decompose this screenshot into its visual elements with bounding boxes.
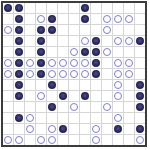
cell-r11c12[interactable] <box>135 124 145 134</box>
white-circle <box>103 103 112 112</box>
cell-r1c8[interactable] <box>91 14 101 24</box>
cell-r9c6[interactable] <box>69 102 79 112</box>
cell-r6c4[interactable] <box>47 69 57 79</box>
cell-r9c2[interactable] <box>25 102 35 112</box>
cell-r3c1[interactable] <box>14 36 24 46</box>
white-circle <box>26 125 35 134</box>
cell-r5c8[interactable] <box>91 58 101 68</box>
cell-r12c4[interactable] <box>47 135 57 145</box>
cell-r7c7[interactable] <box>80 80 90 90</box>
cell-r8c12[interactable] <box>135 91 145 101</box>
cell-r7c3[interactable] <box>36 80 46 90</box>
cell-r4c0[interactable] <box>3 47 13 57</box>
cell-r12c9[interactable] <box>102 135 112 145</box>
cell-r4c4[interactable] <box>47 47 57 57</box>
black-circle <box>48 26 57 35</box>
black-circle <box>92 70 101 79</box>
cell-r12c2[interactable] <box>25 135 35 145</box>
cell-r2c2[interactable] <box>25 25 35 35</box>
cell-r5c7[interactable] <box>80 58 90 68</box>
cell-r0c0[interactable] <box>3 3 13 13</box>
cell-r0c9[interactable] <box>102 3 112 13</box>
white-circle <box>48 59 57 68</box>
black-circle <box>92 59 101 68</box>
cell-r10c2[interactable] <box>25 113 35 123</box>
cell-r10c9[interactable] <box>102 113 112 123</box>
cell-r2c12[interactable] <box>135 25 145 35</box>
cell-r10c0[interactable] <box>3 113 13 123</box>
cell-r1c10[interactable] <box>113 14 123 24</box>
cell-r2c5[interactable] <box>58 25 68 35</box>
cell-r12c5[interactable] <box>58 135 68 145</box>
white-circle <box>136 136 145 145</box>
cell-r1c9[interactable] <box>102 14 112 24</box>
cell-r2c6[interactable] <box>69 25 79 35</box>
cell-r6c12[interactable] <box>135 69 145 79</box>
cell-r0c7[interactable] <box>80 3 90 13</box>
white-circle <box>81 59 90 68</box>
white-circle <box>4 70 13 79</box>
cell-r8c6[interactable] <box>69 91 79 101</box>
white-circle <box>48 125 57 134</box>
white-circle <box>15 136 24 145</box>
cell-r6c11[interactable] <box>124 69 134 79</box>
cell-r11c8[interactable] <box>91 124 101 134</box>
cell-r6c1[interactable] <box>14 69 24 79</box>
black-circle <box>114 125 123 134</box>
white-circle <box>81 70 90 79</box>
cell-r8c8[interactable] <box>91 91 101 101</box>
black-circle <box>37 26 46 35</box>
cell-r8c11[interactable] <box>124 91 134 101</box>
cell-r0c2[interactable] <box>25 3 35 13</box>
black-circle <box>92 48 101 57</box>
cell-r2c4[interactable] <box>47 25 57 35</box>
cell-r0c3[interactable] <box>36 3 46 13</box>
cell-r1c0[interactable] <box>3 14 13 24</box>
cell-r8c4[interactable] <box>47 91 57 101</box>
white-circle <box>114 92 123 101</box>
cell-r7c9[interactable] <box>102 80 112 90</box>
cell-r0c5[interactable] <box>58 3 68 13</box>
cell-r9c10[interactable] <box>113 102 123 112</box>
cell-r10c3[interactable] <box>36 113 46 123</box>
black-circle <box>81 48 90 57</box>
black-circle <box>59 92 68 101</box>
cell-r12c1[interactable] <box>14 135 24 145</box>
cell-r12c12[interactable] <box>135 135 145 145</box>
black-circle <box>81 92 90 101</box>
cell-r10c4[interactable] <box>47 113 57 123</box>
cell-r11c5[interactable] <box>58 124 68 134</box>
black-circle <box>59 125 68 134</box>
cell-r3c12[interactable] <box>135 36 145 46</box>
cell-r6c2[interactable] <box>25 69 35 79</box>
cell-r6c7[interactable] <box>80 69 90 79</box>
cell-r6c5[interactable] <box>58 69 68 79</box>
cell-r11c6[interactable] <box>69 124 79 134</box>
cell-r8c1[interactable] <box>14 91 24 101</box>
black-circle <box>37 37 46 46</box>
white-circle <box>103 26 112 35</box>
cell-r5c1[interactable] <box>14 58 24 68</box>
cell-r2c8[interactable] <box>91 25 101 35</box>
cell-r8c0[interactable] <box>3 91 13 101</box>
cell-r6c9[interactable] <box>102 69 112 79</box>
cell-r8c3[interactable] <box>36 91 46 101</box>
cell-r2c0[interactable] <box>3 25 13 35</box>
cell-r3c4[interactable] <box>47 36 57 46</box>
cell-r3c6[interactable] <box>69 36 79 46</box>
cell-r5c9[interactable] <box>102 58 112 68</box>
cell-r11c7[interactable] <box>80 124 90 134</box>
cell-r8c10[interactable] <box>113 91 123 101</box>
white-circle <box>26 70 35 79</box>
cell-r8c9[interactable] <box>102 91 112 101</box>
white-circle <box>81 37 90 46</box>
black-circle <box>92 37 101 46</box>
cell-r1c7[interactable] <box>80 14 90 24</box>
cell-r1c5[interactable] <box>58 14 68 24</box>
black-circle <box>15 37 24 46</box>
white-circle <box>37 15 46 24</box>
cell-r10c12[interactable] <box>135 113 145 123</box>
cell-r7c8[interactable] <box>91 80 101 90</box>
cell-r4c7[interactable] <box>80 47 90 57</box>
cell-r10c10[interactable] <box>113 113 123 123</box>
white-circle <box>26 114 35 123</box>
white-circle <box>4 136 13 145</box>
black-circle <box>37 70 46 79</box>
cell-r3c10[interactable] <box>113 36 123 46</box>
black-circle <box>15 4 24 13</box>
black-circle <box>136 81 145 90</box>
cell-r1c2[interactable] <box>25 14 35 24</box>
cell-r8c2[interactable] <box>25 91 35 101</box>
cell-r7c2[interactable] <box>25 80 35 90</box>
cell-r4c3[interactable] <box>36 47 46 57</box>
cell-r3c8[interactable] <box>91 36 101 46</box>
white-circle <box>37 136 46 145</box>
white-circle <box>59 59 68 68</box>
white-circle <box>4 59 13 68</box>
black-circle <box>15 26 24 35</box>
cell-r5c12[interactable] <box>135 58 145 68</box>
black-circle <box>136 125 145 134</box>
white-circle <box>70 70 79 79</box>
black-circle <box>15 48 24 57</box>
black-circle <box>136 37 145 46</box>
white-circle <box>92 125 101 134</box>
cell-r8c7[interactable] <box>80 91 90 101</box>
white-circle <box>114 59 123 68</box>
black-circle <box>81 4 90 13</box>
cell-r11c4[interactable] <box>47 124 57 134</box>
cell-r3c11[interactable] <box>124 36 134 46</box>
cell-r1c6[interactable] <box>69 14 79 24</box>
cell-r4c5[interactable] <box>58 47 68 57</box>
cell-r7c5[interactable] <box>58 80 68 90</box>
cell-r0c6[interactable] <box>69 3 79 13</box>
cell-r8c5[interactable] <box>58 91 68 101</box>
cell-r9c11[interactable] <box>124 102 134 112</box>
cell-r4c6[interactable] <box>69 47 79 57</box>
cell-r5c2[interactable] <box>25 58 35 68</box>
cell-r7c0[interactable] <box>3 80 13 90</box>
black-circle <box>15 59 24 68</box>
cell-r9c4[interactable] <box>47 102 57 112</box>
cell-r3c5[interactable] <box>58 36 68 46</box>
cell-r3c9[interactable] <box>102 36 112 46</box>
cell-r5c11[interactable] <box>124 58 134 68</box>
white-circle <box>48 136 57 145</box>
white-circle <box>125 70 134 79</box>
cell-r10c11[interactable] <box>124 113 134 123</box>
cell-r5c0[interactable] <box>3 58 13 68</box>
cell-r11c2[interactable] <box>25 124 35 134</box>
cell-r11c11[interactable] <box>124 124 134 134</box>
cell-r9c0[interactable] <box>3 102 13 112</box>
cell-r6c8[interactable] <box>91 69 101 79</box>
white-circle <box>37 92 46 101</box>
black-circle <box>48 15 57 24</box>
cell-r4c12[interactable] <box>135 47 145 57</box>
white-circle <box>70 59 79 68</box>
white-circle <box>114 70 123 79</box>
cell-r3c0[interactable] <box>3 36 13 46</box>
black-circle <box>136 103 145 112</box>
cell-r4c9[interactable] <box>102 47 112 57</box>
cell-r0c1[interactable] <box>14 3 24 13</box>
cell-r2c11[interactable] <box>124 25 134 35</box>
cell-r4c11[interactable] <box>124 47 134 57</box>
white-circle <box>125 59 134 68</box>
cell-r7c4[interactable] <box>47 80 57 90</box>
cell-r12c6[interactable] <box>69 135 79 145</box>
cell-r7c1[interactable] <box>14 80 24 90</box>
puzzle-board <box>1 1 147 147</box>
white-circle <box>125 15 134 24</box>
cell-r0c4[interactable] <box>47 3 57 13</box>
cell-r10c6[interactable] <box>69 113 79 123</box>
black-circle <box>37 59 46 68</box>
white-circle <box>114 81 123 90</box>
cell-r3c7[interactable] <box>80 36 90 46</box>
white-circle <box>103 15 112 24</box>
cell-r0c10[interactable] <box>113 3 123 13</box>
cell-r6c6[interactable] <box>69 69 79 79</box>
cell-r10c8[interactable] <box>91 113 101 123</box>
cell-r12c7[interactable] <box>80 135 90 145</box>
white-circle <box>114 114 123 123</box>
cell-r11c3[interactable] <box>36 124 46 134</box>
cell-r3c3[interactable] <box>36 36 46 46</box>
cell-r2c1[interactable] <box>14 25 24 35</box>
white-circle <box>70 103 79 112</box>
cell-r9c9[interactable] <box>102 102 112 112</box>
black-circle <box>48 103 57 112</box>
white-circle <box>92 136 101 145</box>
cell-r12c0[interactable] <box>3 135 13 145</box>
black-circle <box>15 15 24 24</box>
cell-r1c12[interactable] <box>135 14 145 24</box>
cell-r2c7[interactable] <box>80 25 90 35</box>
cell-r7c6[interactable] <box>69 80 79 90</box>
cell-r4c1[interactable] <box>14 47 24 57</box>
cell-r11c10[interactable] <box>113 124 123 134</box>
cell-r1c3[interactable] <box>36 14 46 24</box>
cell-r5c4[interactable] <box>47 58 57 68</box>
cell-r11c9[interactable] <box>102 124 112 134</box>
cell-r2c10[interactable] <box>113 25 123 35</box>
cell-r5c10[interactable] <box>113 58 123 68</box>
cell-r1c4[interactable] <box>47 14 57 24</box>
cell-r2c3[interactable] <box>36 25 46 35</box>
cell-r12c11[interactable] <box>124 135 134 145</box>
white-circle <box>59 70 68 79</box>
black-circle <box>15 92 24 101</box>
cell-r4c10[interactable] <box>113 47 123 57</box>
cell-r9c12[interactable] <box>135 102 145 112</box>
cell-r0c11[interactable] <box>124 3 134 13</box>
cell-r12c3[interactable] <box>36 135 46 145</box>
cell-r9c7[interactable] <box>80 102 90 112</box>
black-circle <box>81 15 90 24</box>
cell-r10c7[interactable] <box>80 113 90 123</box>
cell-r1c1[interactable] <box>14 14 24 24</box>
cell-r5c5[interactable] <box>58 58 68 68</box>
black-circle <box>48 81 57 90</box>
cell-r4c8[interactable] <box>91 47 101 57</box>
cell-r0c8[interactable] <box>91 3 101 13</box>
cell-r11c0[interactable] <box>3 124 13 134</box>
white-circle <box>26 59 35 68</box>
black-circle <box>15 81 24 90</box>
cell-r6c10[interactable] <box>113 69 123 79</box>
cell-r5c3[interactable] <box>36 58 46 68</box>
white-circle <box>70 48 79 57</box>
cell-r10c5[interactable] <box>58 113 68 123</box>
cell-r7c11[interactable] <box>124 80 134 90</box>
cell-r5c6[interactable] <box>69 58 79 68</box>
cell-r12c10[interactable] <box>113 135 123 145</box>
black-circle <box>15 70 24 79</box>
cell-r0c12[interactable] <box>135 3 145 13</box>
cell-r10c1[interactable] <box>14 113 24 123</box>
cell-r1c11[interactable] <box>124 14 134 24</box>
black-circle <box>37 48 46 57</box>
white-circle <box>125 37 134 46</box>
cell-r2c9[interactable] <box>102 25 112 35</box>
black-circle <box>15 114 24 123</box>
black-circle <box>4 4 13 13</box>
cell-r7c12[interactable] <box>135 80 145 90</box>
cell-r9c5[interactable] <box>58 102 68 112</box>
cell-r6c3[interactable] <box>36 69 46 79</box>
cell-r12c8[interactable] <box>91 135 101 145</box>
cell-r4c2[interactable] <box>25 47 35 57</box>
cell-r11c1[interactable] <box>14 124 24 134</box>
white-circle <box>114 15 123 24</box>
cell-r6c0[interactable] <box>3 69 13 79</box>
white-circle <box>114 37 123 46</box>
cell-r7c10[interactable] <box>113 80 123 90</box>
white-circle <box>48 70 57 79</box>
black-circle <box>136 92 145 101</box>
white-circle <box>4 26 13 35</box>
cell-r9c8[interactable] <box>91 102 101 112</box>
cell-r3c2[interactable] <box>25 36 35 46</box>
white-circle <box>103 48 112 57</box>
cell-r9c1[interactable] <box>14 102 24 112</box>
cell-r9c3[interactable] <box>36 102 46 112</box>
